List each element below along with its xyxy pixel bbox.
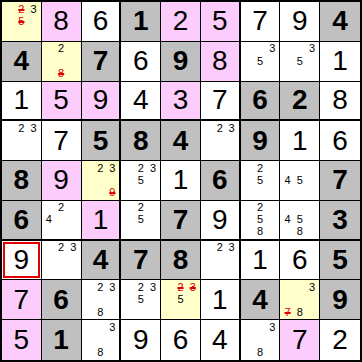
cell-r9c5[interactable]: 6	[161, 320, 201, 360]
solved-digit: 6	[173, 326, 189, 354]
cell-r3c9[interactable]: 8	[320, 82, 360, 122]
cell-r3c3[interactable]: 9	[82, 82, 122, 122]
candidate-5: 5	[174, 294, 186, 306]
cell-r4c6[interactable]: 23	[201, 121, 241, 161]
cell-r8c4[interactable]: 235	[121, 280, 161, 320]
candidate-5: 5	[135, 174, 147, 186]
cell-r8c1[interactable]: 7	[2, 280, 42, 320]
solved-digit: 9	[212, 206, 228, 234]
candidate-8: 8	[294, 306, 306, 318]
candidate-9-crossed: 9	[106, 187, 118, 199]
pencil-marks: 23	[202, 122, 238, 159]
cell-r7c7[interactable]: 1	[241, 241, 281, 281]
candidate-8: 8	[94, 306, 106, 318]
sudoku-board: 2358612579442876983535115943762823758423…	[0, 0, 362, 362]
given-digit: 2	[292, 86, 308, 114]
cell-r2c5[interactable]: 9	[161, 42, 201, 82]
solved-digit: 1	[173, 166, 189, 194]
given-digit: 1	[53, 326, 69, 354]
given-digit: 1	[133, 7, 149, 35]
solved-digit: 9	[133, 326, 149, 354]
cell-r9c2[interactable]: 1	[42, 320, 82, 360]
given-digit: 4	[332, 7, 348, 35]
cell-r8c2[interactable]: 6	[42, 280, 82, 320]
candidate-3: 3	[226, 242, 238, 254]
cell-r6c4[interactable]: 25	[121, 201, 161, 241]
candidate-2: 2	[254, 202, 266, 214]
solved-digit: 2	[173, 7, 189, 35]
given-digit: 4	[14, 47, 30, 75]
cell-r9c4[interactable]: 9	[121, 320, 161, 360]
cell-r6c2[interactable]: 24	[42, 201, 82, 241]
solved-digit: 5	[14, 326, 30, 354]
given-digit: 7	[133, 246, 149, 274]
pencil-marks: 458	[281, 202, 318, 238]
candidate-3-crossed: 3	[187, 281, 199, 293]
pencil-marks: 28	[43, 43, 80, 80]
cell-r1c4[interactable]: 1	[121, 2, 161, 42]
given-digit: 6	[53, 286, 69, 314]
candidate-3: 3	[28, 3, 40, 15]
cell-r2c1[interactable]: 4	[2, 42, 42, 82]
candidate-3: 3	[306, 43, 318, 55]
pencil-marks: 235	[122, 162, 159, 199]
pencil-marks: 38	[242, 321, 279, 359]
given-digit: 5	[332, 246, 348, 274]
given-digit: 7	[93, 47, 109, 75]
solved-digit: 6	[292, 246, 308, 274]
pencil-marks: 38	[83, 321, 119, 359]
cell-r8c3[interactable]: 238	[82, 280, 122, 320]
candidate-5-crossed: 5	[15, 15, 27, 27]
solved-digit: 1	[93, 206, 109, 234]
pencil-marks: 258	[242, 202, 279, 238]
given-digit: 8	[14, 166, 30, 194]
candidate-4: 4	[281, 174, 293, 186]
given-digit: 7	[332, 166, 348, 194]
candidate-3: 3	[147, 162, 159, 174]
cell-r1c6[interactable]: 5	[201, 2, 241, 42]
candidate-2: 2	[94, 162, 106, 174]
candidate-8: 8	[294, 226, 306, 238]
cell-r7c3[interactable]: 4	[82, 241, 122, 281]
cell-r5c1[interactable]: 8	[2, 161, 42, 201]
pencil-marks: 25	[242, 162, 279, 199]
cell-r9c3[interactable]: 38	[82, 320, 122, 360]
cell-r7c8[interactable]: 6	[280, 241, 320, 281]
candidate-2-crossed: 2	[15, 3, 27, 15]
solved-digit: 8	[53, 7, 69, 35]
solved-digit: 1	[212, 286, 228, 314]
pencil-marks: 35	[242, 43, 279, 80]
given-digit: 7	[173, 206, 189, 234]
candidate-2: 2	[214, 122, 226, 134]
cell-r4c5[interactable]: 4	[161, 121, 201, 161]
pencil-marks: 23	[43, 242, 80, 279]
cell-r3c6[interactable]: 7	[201, 82, 241, 122]
cell-r5c9[interactable]: 7	[320, 161, 360, 201]
solved-digit: 8	[212, 47, 228, 75]
cell-r4c7[interactable]: 9	[241, 121, 281, 161]
candidate-4: 4	[281, 214, 293, 226]
cell-r5c4[interactable]: 235	[121, 161, 161, 201]
cell-r4c2[interactable]: 7	[42, 121, 82, 161]
solved-digit: 9	[14, 246, 30, 274]
pencil-marks: 23	[202, 242, 238, 279]
cell-r1c5[interactable]: 2	[161, 2, 201, 42]
candidate-2: 2	[135, 281, 147, 293]
cell-r1c8[interactable]: 9	[280, 2, 320, 42]
solved-digit: 1	[252, 246, 268, 274]
pencil-marks: 25	[122, 202, 159, 238]
cell-r9c8[interactable]: 7	[280, 320, 320, 360]
candidate-5: 5	[254, 55, 266, 67]
cell-r8c6[interactable]: 1	[201, 280, 241, 320]
cell-r6c6[interactable]: 9	[201, 201, 241, 241]
cell-r7c9[interactable]: 5	[320, 241, 360, 281]
cell-r6c5[interactable]: 7	[161, 201, 201, 241]
sudoku-app: 2358612579442876983535115943762823758423…	[0, 0, 362, 362]
pencil-marks: 235	[3, 3, 40, 40]
pencil-marks: 235	[162, 281, 199, 318]
solved-digit: 8	[332, 86, 348, 114]
candidate-3: 3	[226, 122, 238, 134]
cell-r2c2[interactable]: 28	[42, 42, 82, 82]
given-digit: 8	[173, 246, 189, 274]
solved-digit: 1	[332, 47, 348, 75]
given-digit: 4	[173, 127, 189, 155]
cell-r6c8[interactable]: 458	[280, 201, 320, 241]
cell-r9c6[interactable]: 4	[201, 320, 241, 360]
solved-digit: 9	[292, 7, 308, 35]
cell-r2c3[interactable]: 7	[82, 42, 122, 82]
given-digit: 6	[212, 166, 228, 194]
candidate-5: 5	[254, 214, 266, 226]
cell-r7c5[interactable]: 8	[161, 241, 201, 281]
cell-r8c7[interactable]: 4	[241, 280, 281, 320]
solved-digit: 9	[53, 166, 69, 194]
candidate-5: 5	[294, 214, 306, 226]
candidate-5: 5	[294, 174, 306, 186]
candidate-8: 8	[94, 346, 106, 359]
given-digit: 5	[93, 127, 109, 155]
cell-r6c3[interactable]: 1	[82, 201, 122, 241]
pencil-marks: 24	[43, 202, 80, 238]
candidate-2: 2	[94, 281, 106, 293]
given-digit: 6	[252, 86, 268, 114]
candidate-5: 5	[254, 174, 266, 186]
candidate-2: 2	[254, 162, 266, 174]
cell-r1c1[interactable]: 235	[2, 2, 42, 42]
cell-r3c5[interactable]: 3	[161, 82, 201, 122]
given-digit: 8	[133, 127, 149, 155]
candidate-2: 2	[55, 43, 67, 55]
given-digit: 9	[332, 286, 348, 314]
cell-r7c1-selected[interactable]: 9	[2, 241, 42, 281]
solved-digit: 6	[133, 47, 149, 75]
solved-digit: 7	[53, 127, 69, 155]
cell-r3c1[interactable]: 1	[2, 82, 42, 122]
solved-digit: 7	[292, 326, 308, 354]
cell-r9c7[interactable]: 38	[241, 320, 281, 360]
candidate-2-crossed: 2	[174, 281, 186, 293]
solved-digit: 3	[173, 86, 189, 114]
solved-digit: 7	[212, 86, 228, 114]
cell-r5c2[interactable]: 9	[42, 161, 82, 201]
cell-r4c9[interactable]: 6	[320, 121, 360, 161]
solved-digit: 1	[292, 127, 308, 155]
pencil-marks: 23	[3, 122, 40, 159]
given-digit: 9	[173, 47, 189, 75]
pencil-marks: 239	[83, 162, 119, 199]
cell-r5c5[interactable]: 1	[161, 161, 201, 201]
cell-r4c8[interactable]: 1	[280, 121, 320, 161]
cell-r2c9[interactable]: 1	[320, 42, 360, 82]
cell-r9c9[interactable]: 2	[320, 320, 360, 360]
cell-r5c6[interactable]: 6	[201, 161, 241, 201]
cell-r2c6[interactable]: 8	[201, 42, 241, 82]
solved-digit: 6	[332, 127, 348, 155]
pencil-marks: 35	[281, 43, 318, 80]
cell-r1c3[interactable]: 6	[82, 2, 122, 42]
solved-digit: 2	[332, 326, 348, 354]
pencil-marks: 238	[83, 281, 119, 318]
solved-digit: 9	[93, 86, 109, 114]
cell-r5c8[interactable]: 45	[280, 161, 320, 201]
pencil-marks: 45	[281, 162, 318, 199]
candidate-2: 2	[214, 242, 226, 254]
cell-r1c7[interactable]: 7	[241, 2, 281, 42]
candidate-3: 3	[67, 242, 79, 254]
candidate-8: 8	[254, 346, 266, 359]
candidate-8-crossed: 8	[55, 67, 67, 79]
pencil-marks: 235	[122, 281, 159, 318]
solved-digit: 7	[14, 286, 30, 314]
candidate-5: 5	[135, 294, 147, 306]
cell-r4c3[interactable]: 5	[82, 121, 122, 161]
candidate-4: 4	[43, 214, 55, 226]
given-digit: 6	[14, 206, 30, 234]
pencil-marks: 378	[281, 281, 318, 318]
cell-r2c7[interactable]: 35	[241, 42, 281, 82]
cell-r5c7[interactable]: 25	[241, 161, 281, 201]
candidate-2: 2	[55, 202, 67, 214]
cell-r6c7[interactable]: 258	[241, 201, 281, 241]
candidate-3: 3	[106, 162, 118, 174]
solved-digit: 6	[93, 7, 109, 35]
cell-r4c4[interactable]: 8	[121, 121, 161, 161]
cell-r3c4[interactable]: 4	[121, 82, 161, 122]
candidate-3: 3	[306, 281, 318, 293]
candidate-2: 2	[55, 242, 67, 254]
cell-r8c9[interactable]: 9	[320, 280, 360, 320]
candidate-3: 3	[266, 321, 278, 334]
cell-r8c5[interactable]: 235	[161, 280, 201, 320]
candidate-3: 3	[147, 281, 159, 293]
candidate-7-crossed: 7	[281, 306, 293, 318]
cell-r7c4[interactable]: 7	[121, 241, 161, 281]
candidate-3: 3	[28, 122, 40, 134]
cell-r8c8[interactable]: 378	[280, 280, 320, 320]
given-digit: 4	[252, 286, 268, 314]
candidate-3: 3	[266, 43, 278, 55]
solved-digit: 5	[212, 7, 228, 35]
solved-digit: 7	[252, 7, 268, 35]
cell-r2c4[interactable]: 6	[121, 42, 161, 82]
cell-r7c2[interactable]: 23	[42, 241, 82, 281]
candidate-2: 2	[15, 122, 27, 134]
candidate-5: 5	[294, 55, 306, 67]
candidate-3: 3	[106, 281, 118, 293]
given-digit: 4	[93, 246, 109, 274]
candidate-8: 8	[254, 226, 266, 238]
cell-r2c8[interactable]: 35	[280, 42, 320, 82]
candidate-2: 2	[135, 162, 147, 174]
cell-r9c1[interactable]: 5	[2, 320, 42, 360]
cell-r3c8[interactable]: 2	[280, 82, 320, 122]
candidate-5: 5	[135, 214, 147, 226]
given-digit: 9	[252, 127, 268, 155]
given-digit: 3	[332, 206, 348, 234]
solved-digit: 1	[14, 86, 30, 114]
cell-r3c2[interactable]: 5	[42, 82, 82, 122]
cell-r5c3[interactable]: 239	[82, 161, 122, 201]
cell-r1c2[interactable]: 8	[42, 2, 82, 42]
cell-r3c7[interactable]: 6	[241, 82, 281, 122]
cell-r1c9[interactable]: 4	[320, 2, 360, 42]
solved-digit: 5	[53, 86, 69, 114]
candidate-3: 3	[106, 321, 118, 334]
cell-r6c9[interactable]: 3	[320, 201, 360, 241]
cell-r7c6[interactable]: 23	[201, 241, 241, 281]
solved-digit: 4	[133, 86, 149, 114]
candidate-2: 2	[135, 202, 147, 214]
cell-r6c1[interactable]: 6	[2, 201, 42, 241]
cell-r4c1[interactable]: 23	[2, 121, 42, 161]
solved-digit: 4	[212, 326, 228, 354]
